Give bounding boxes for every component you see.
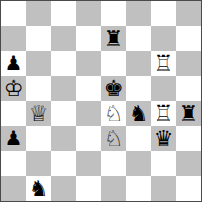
square-d8[interactable] xyxy=(76,1,101,26)
white-rook: ♖ xyxy=(154,101,174,126)
square-c3[interactable] xyxy=(51,126,76,151)
square-e7[interactable]: ♜ xyxy=(101,26,126,51)
square-c7[interactable] xyxy=(51,26,76,51)
square-d3[interactable] xyxy=(76,126,101,151)
square-e1[interactable] xyxy=(101,176,126,201)
square-f1[interactable] xyxy=(126,176,151,201)
black-queen: ♛ xyxy=(154,126,174,151)
square-a2[interactable] xyxy=(1,151,26,176)
square-e2[interactable] xyxy=(101,151,126,176)
white-rook: ♖ xyxy=(154,51,174,76)
square-a3[interactable]: ♟ xyxy=(1,126,26,151)
white-king: ♔ xyxy=(4,76,24,101)
square-a4[interactable] xyxy=(1,101,26,126)
square-h3[interactable] xyxy=(176,126,201,151)
black-rook: ♜ xyxy=(179,101,199,126)
black-king: ♚ xyxy=(104,76,124,101)
white-queen: ♕ xyxy=(29,101,49,126)
black-pawn: ♟ xyxy=(5,126,23,151)
square-e4[interactable]: ♘ xyxy=(101,101,126,126)
black-knight: ♞ xyxy=(29,176,49,201)
square-b2[interactable] xyxy=(26,151,51,176)
square-h6[interactable] xyxy=(176,51,201,76)
square-d6[interactable] xyxy=(76,51,101,76)
square-a8[interactable] xyxy=(1,1,26,26)
square-f5[interactable] xyxy=(126,76,151,101)
square-c5[interactable] xyxy=(51,76,76,101)
square-f7[interactable] xyxy=(126,26,151,51)
square-e5[interactable]: ♚ xyxy=(101,76,126,101)
square-g2[interactable] xyxy=(151,151,176,176)
white-knight: ♘ xyxy=(104,101,124,126)
black-knight: ♞ xyxy=(129,101,149,126)
square-h2[interactable] xyxy=(176,151,201,176)
square-b3[interactable] xyxy=(26,126,51,151)
square-d7[interactable] xyxy=(76,26,101,51)
square-b5[interactable] xyxy=(26,76,51,101)
square-d4[interactable] xyxy=(76,101,101,126)
square-h5[interactable] xyxy=(176,76,201,101)
square-f4[interactable]: ♞ xyxy=(126,101,151,126)
square-g6[interactable]: ♖ xyxy=(151,51,176,76)
black-pawn: ♟ xyxy=(5,51,23,76)
square-c4[interactable] xyxy=(51,101,76,126)
square-b4[interactable]: ♕ xyxy=(26,101,51,126)
square-c6[interactable] xyxy=(51,51,76,76)
square-h8[interactable] xyxy=(176,1,201,26)
square-a6[interactable]: ♟ xyxy=(1,51,26,76)
square-d1[interactable] xyxy=(76,176,101,201)
square-a1[interactable] xyxy=(1,176,26,201)
chess-board: ♜♟♖♔♚♕♘♞♖♜♟♘♛♞ xyxy=(0,0,202,202)
square-c8[interactable] xyxy=(51,1,76,26)
square-f8[interactable] xyxy=(126,1,151,26)
square-g1[interactable] xyxy=(151,176,176,201)
white-knight: ♘ xyxy=(104,126,124,151)
square-a5[interactable]: ♔ xyxy=(1,76,26,101)
square-d2[interactable] xyxy=(76,151,101,176)
black-rook: ♜ xyxy=(104,26,124,51)
square-g5[interactable] xyxy=(151,76,176,101)
square-g8[interactable] xyxy=(151,1,176,26)
square-g3[interactable]: ♛ xyxy=(151,126,176,151)
square-b7[interactable] xyxy=(26,26,51,51)
square-h4[interactable]: ♜ xyxy=(176,101,201,126)
square-h7[interactable] xyxy=(176,26,201,51)
square-b1[interactable]: ♞ xyxy=(26,176,51,201)
square-g7[interactable] xyxy=(151,26,176,51)
square-e8[interactable] xyxy=(101,1,126,26)
square-f3[interactable] xyxy=(126,126,151,151)
square-d5[interactable] xyxy=(76,76,101,101)
square-b8[interactable] xyxy=(26,1,51,26)
square-f2[interactable] xyxy=(126,151,151,176)
square-e3[interactable]: ♘ xyxy=(101,126,126,151)
square-c2[interactable] xyxy=(51,151,76,176)
square-g4[interactable]: ♖ xyxy=(151,101,176,126)
square-b6[interactable] xyxy=(26,51,51,76)
square-f6[interactable] xyxy=(126,51,151,76)
square-a7[interactable] xyxy=(1,26,26,51)
square-h1[interactable] xyxy=(176,176,201,201)
square-c1[interactable] xyxy=(51,176,76,201)
square-e6[interactable] xyxy=(101,51,126,76)
